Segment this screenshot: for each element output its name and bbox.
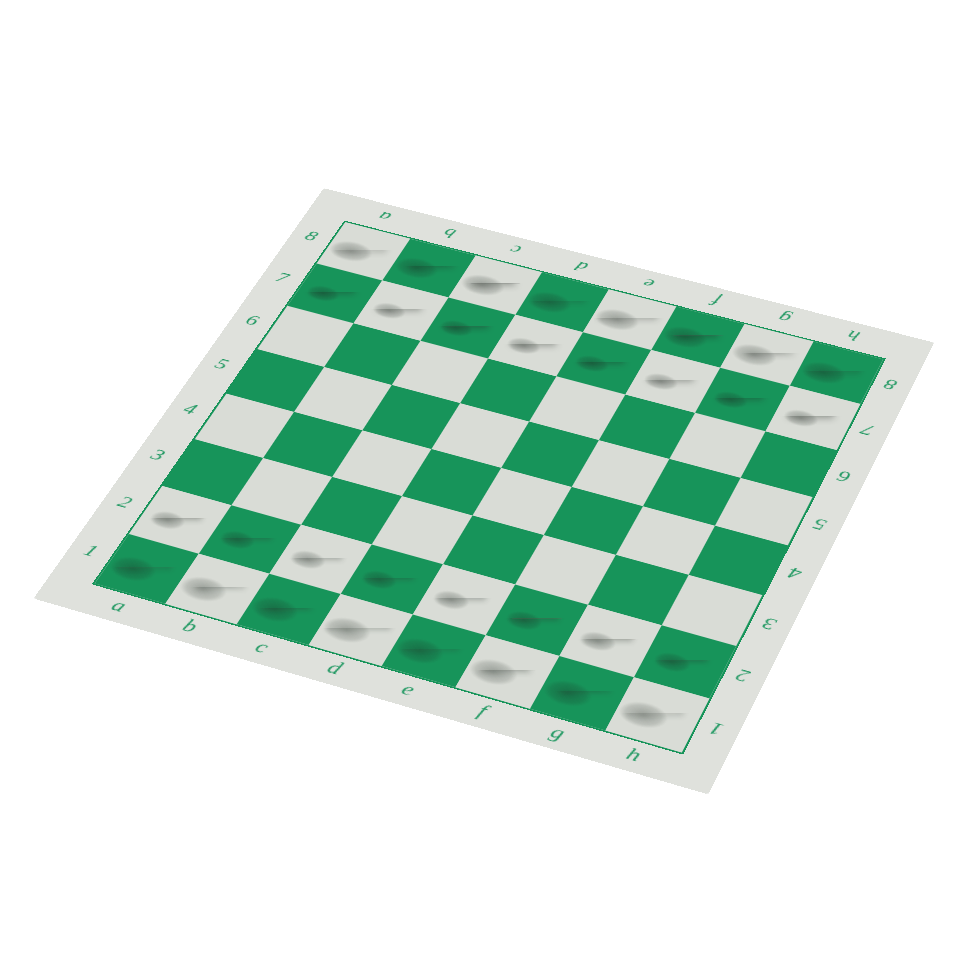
rank-label-right-5: 5 bbox=[810, 515, 829, 533]
rank-label-right-6: 6 bbox=[835, 468, 854, 486]
rank-label-right-4: 4 bbox=[785, 564, 805, 583]
file-label-near-c: c bbox=[252, 637, 272, 656]
rank-label-left-7: 7 bbox=[273, 270, 293, 286]
board-3d-wrapper: ♜♞♝♛♚♝♞♜♟♟♟♟♟♟♟♟♟♟♟♟♟♟♟♟♜♞♝♚♛♝♞♜ aabbccd… bbox=[34, 188, 935, 794]
board-grid: ♜♞♝♛♚♝♞♜♟♟♟♟♟♟♟♟♟♟♟♟♟♟♟♟♜♞♝♚♛♝♞♜ bbox=[92, 221, 886, 755]
black-pawn-g7[interactable]: ♟ bbox=[708, 335, 777, 408]
file-label-near-d: d bbox=[324, 658, 346, 678]
photo-background: ♜♞♝♛♚♝♞♜♟♟♟♟♟♟♟♟♟♟♟♟♟♟♟♟♜♞♝♚♛♝♞♜ aabbccd… bbox=[0, 0, 960, 960]
square-h1[interactable]: ♜ bbox=[605, 677, 709, 752]
rank-label-left-1: 1 bbox=[80, 541, 102, 560]
black-pawn-h7[interactable]: ♟ bbox=[779, 353, 848, 427]
black-pawn-a7[interactable]: ♟ bbox=[302, 231, 368, 302]
file-label-near-b: b bbox=[179, 616, 201, 635]
file-label-near-a: a bbox=[108, 596, 130, 615]
rank-label-right-1: 1 bbox=[706, 719, 727, 739]
rank-label-left-6: 6 bbox=[243, 312, 263, 328]
rank-label-right-3: 3 bbox=[759, 614, 779, 633]
black-pawn-d7[interactable]: ♟ bbox=[502, 282, 569, 354]
file-label-near-h: h bbox=[623, 744, 644, 765]
rank-label-left-4: 4 bbox=[180, 400, 201, 417]
white-rook-h1[interactable]: ♜ bbox=[613, 631, 702, 726]
vinyl-mat: ♜♞♝♛♚♝♞♜♟♟♟♟♟♟♟♟♟♟♟♟♟♟♟♟♜♞♝♚♛♝♞♜ aabbccd… bbox=[34, 188, 935, 794]
file-label-near-e: e bbox=[398, 679, 418, 699]
rank-label-right-8: 8 bbox=[881, 376, 899, 393]
rank-label-right-7: 7 bbox=[858, 421, 877, 438]
black-pawn-e7[interactable]: ♟ bbox=[570, 299, 638, 371]
black-pawn-c7[interactable]: ♟ bbox=[435, 265, 502, 337]
rank-label-left-5: 5 bbox=[212, 356, 232, 373]
file-label-near-g: g bbox=[547, 722, 568, 742]
file-label-near-f: f bbox=[475, 701, 491, 720]
black-pawn-f7[interactable]: ♟ bbox=[639, 317, 707, 390]
black-pawn-b7[interactable]: ♟ bbox=[368, 248, 435, 319]
rank-label-right-2: 2 bbox=[733, 666, 753, 686]
